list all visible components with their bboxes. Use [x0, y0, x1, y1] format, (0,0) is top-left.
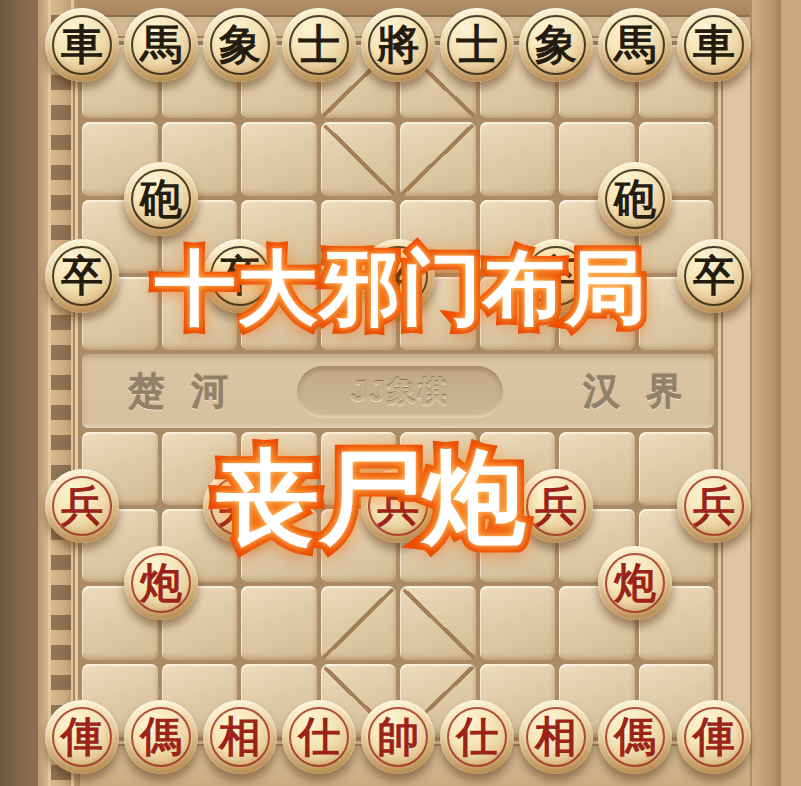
piece-label: 士 [298, 24, 340, 66]
board-cell[interactable] [400, 122, 476, 195]
piece-label: 馬 [614, 24, 656, 66]
board-cell[interactable] [480, 586, 556, 659]
board-cell[interactable] [241, 122, 317, 195]
piece-label: 砲 [614, 178, 656, 220]
piece-red[interactable]: 帥 [361, 700, 435, 774]
piece-black[interactable]: 卒 [677, 239, 751, 313]
piece-label: 相 [535, 716, 577, 758]
piece-black[interactable]: 士 [440, 8, 514, 82]
piece-label: 砲 [140, 178, 182, 220]
piece-black[interactable]: 卒 [45, 239, 119, 313]
app-logo-text: JJ象棋 [351, 372, 449, 412]
piece-black[interactable]: 馬 [124, 8, 198, 82]
piece-red[interactable]: 俥 [677, 700, 751, 774]
piece-label: 俥 [61, 716, 103, 758]
piece-black[interactable]: 車 [677, 8, 751, 82]
piece-red[interactable]: 俥 [45, 700, 119, 774]
piece-black[interactable]: 將 [361, 8, 435, 82]
piece-label: 仕 [456, 716, 498, 758]
piece-black[interactable]: 象 [203, 8, 277, 82]
piece-black[interactable]: 砲 [124, 162, 198, 236]
piece-label: 象 [219, 24, 261, 66]
board-cell[interactable] [480, 122, 556, 195]
piece-label: 卒 [693, 255, 735, 297]
app-logo-pill: JJ象棋 [297, 366, 503, 418]
piece-red[interactable]: 相 [519, 700, 593, 774]
piece-label: 兵 [535, 485, 577, 527]
piece-red[interactable]: 仕 [440, 700, 514, 774]
xiangqi-app-screen: 楚河 JJ象棋 汉界 車馬象士將士象馬車砲砲卒卒卒卒卒兵兵兵兵兵炮炮俥傌相仕帥仕… [0, 0, 801, 786]
piece-red[interactable]: 炮 [124, 546, 198, 620]
piece-label: 象 [535, 24, 577, 66]
piece-label: 俥 [693, 716, 735, 758]
piece-red[interactable]: 炮 [598, 546, 672, 620]
piece-black[interactable]: 馬 [598, 8, 672, 82]
river-label-right: 汉界 [557, 367, 709, 417]
piece-red[interactable]: 兵 [677, 469, 751, 543]
piece-red[interactable]: 仕 [282, 700, 356, 774]
piece-label: 將 [377, 24, 419, 66]
piece-label: 傌 [614, 716, 656, 758]
promo-title: 十大邪门布局 [155, 235, 647, 344]
piece-black[interactable]: 象 [519, 8, 593, 82]
board-frame-left [38, 0, 80, 786]
river-label-left: 楚河 [102, 367, 254, 417]
piece-label: 炮 [614, 562, 656, 604]
piece-label: 炮 [140, 562, 182, 604]
piece-black[interactable]: 車 [45, 8, 119, 82]
board-cell[interactable] [400, 586, 476, 659]
board-cell[interactable] [241, 586, 317, 659]
piece-label: 仕 [298, 716, 340, 758]
piece-red[interactable]: 相 [203, 700, 277, 774]
board-cell[interactable] [321, 586, 397, 659]
piece-label: 馬 [140, 24, 182, 66]
piece-red[interactable]: 傌 [598, 700, 672, 774]
piece-black[interactable]: 士 [282, 8, 356, 82]
piece-label: 車 [61, 24, 103, 66]
piece-label: 車 [693, 24, 735, 66]
piece-label: 傌 [140, 716, 182, 758]
piece-label: 卒 [61, 255, 103, 297]
piece-red[interactable]: 傌 [124, 700, 198, 774]
promo-subtitle: 丧尸炮 [217, 430, 526, 569]
piece-red[interactable]: 兵 [519, 469, 593, 543]
piece-label: 相 [219, 716, 261, 758]
board-frame-right [750, 0, 781, 786]
piece-label: 士 [456, 24, 498, 66]
piece-label: 兵 [61, 485, 103, 527]
board-cell[interactable] [321, 122, 397, 195]
piece-red[interactable]: 兵 [45, 469, 119, 543]
piece-black[interactable]: 砲 [598, 162, 672, 236]
piece-label: 兵 [693, 485, 735, 527]
piece-label: 帥 [377, 716, 419, 758]
